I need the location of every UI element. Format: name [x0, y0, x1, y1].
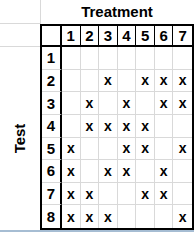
cell-r8c6[interactable] — [155, 205, 174, 228]
cell-r2c3-marked[interactable]: x — [99, 70, 118, 93]
cell-r5c3[interactable] — [99, 138, 118, 161]
cell-r6c4-marked[interactable]: x — [118, 160, 137, 183]
cell-r3c7-marked[interactable]: x — [173, 92, 192, 115]
col-header-4[interactable]: 4 — [118, 26, 137, 47]
row-header-8[interactable]: 8 — [42, 205, 62, 228]
cell-r8c4[interactable] — [118, 205, 137, 228]
col-header-6[interactable]: 6 — [155, 26, 174, 47]
cell-r4c5-marked[interactable]: x — [136, 115, 155, 138]
cell-r1c1[interactable] — [62, 47, 81, 70]
col-header-1[interactable]: 1 — [62, 26, 81, 47]
row-header-6[interactable]: 6 — [42, 160, 62, 183]
col-header-3[interactable]: 3 — [99, 26, 118, 47]
cell-r1c2[interactable] — [81, 47, 100, 70]
spreadsheet-view: Treatment Test 123456712xxxx3xxxx4xxxx5x… — [0, 0, 194, 232]
cell-r8c1-marked[interactable]: x — [62, 205, 81, 228]
window-bottom-edge — [0, 230, 194, 232]
cell-r7c4[interactable] — [118, 183, 137, 206]
cell-r2c6-marked[interactable]: x — [155, 70, 174, 93]
cell-r5c7-marked[interactable]: x — [173, 138, 192, 161]
cell-r2c5-marked[interactable]: x — [136, 70, 155, 93]
corner-cell[interactable] — [42, 26, 62, 47]
col-header-2[interactable]: 2 — [81, 26, 100, 47]
cell-r2c7-marked[interactable]: x — [173, 70, 192, 93]
cell-r8c5[interactable] — [136, 205, 155, 228]
cell-r5c4-marked[interactable]: x — [118, 138, 137, 161]
cell-r5c1-marked[interactable]: x — [62, 138, 81, 161]
cell-r6c3-marked[interactable]: x — [99, 160, 118, 183]
row-header-7[interactable]: 7 — [42, 183, 62, 206]
cell-r7c1-marked[interactable]: x — [62, 183, 81, 206]
cell-r4c1[interactable] — [62, 115, 81, 138]
col-header-7[interactable]: 7 — [173, 26, 192, 47]
cell-r5c5-marked[interactable]: x — [136, 138, 155, 161]
cell-r3c2-marked[interactable]: x — [81, 92, 100, 115]
cell-r2c1[interactable] — [62, 70, 81, 93]
cell-r1c6[interactable] — [155, 47, 174, 70]
treatment-column-group-label: Treatment — [40, 0, 194, 23]
cell-r3c3[interactable] — [99, 92, 118, 115]
cell-r6c5[interactable] — [136, 160, 155, 183]
cell-r8c2-marked[interactable]: x — [81, 205, 100, 228]
cell-r8c3-marked[interactable]: x — [99, 205, 118, 228]
row-header-3[interactable]: 3 — [42, 92, 62, 115]
cell-r2c2[interactable] — [81, 70, 100, 93]
cell-r4c7[interactable] — [173, 115, 192, 138]
col-header-5[interactable]: 5 — [136, 26, 155, 47]
cell-r5c2[interactable] — [81, 138, 100, 161]
cell-r7c3[interactable] — [99, 183, 118, 206]
cell-r4c3-marked[interactable]: x — [99, 115, 118, 138]
row-header-2[interactable]: 2 — [42, 70, 62, 93]
gridline-horizontal-1 — [0, 23, 40, 24]
cell-r6c6-marked[interactable]: x — [155, 160, 174, 183]
cell-r2c4[interactable] — [118, 70, 137, 93]
cell-r7c5-marked[interactable]: x — [136, 183, 155, 206]
row-header-1[interactable]: 1 — [42, 47, 62, 70]
cell-r3c6-marked[interactable]: x — [155, 92, 174, 115]
cell-r7c2-marked[interactable]: x — [81, 183, 100, 206]
cell-r4c2-marked[interactable]: x — [81, 115, 100, 138]
row-header-4[interactable]: 4 — [42, 115, 62, 138]
cell-r3c5[interactable] — [136, 92, 155, 115]
cell-r6c7[interactable] — [173, 160, 192, 183]
cell-r4c6[interactable] — [155, 115, 174, 138]
cell-r4c4-marked[interactable]: x — [118, 115, 137, 138]
row-header-5[interactable]: 5 — [42, 138, 62, 161]
cell-r8c7-marked[interactable]: x — [173, 205, 192, 228]
cell-r1c4[interactable] — [118, 47, 137, 70]
cell-r6c2[interactable] — [81, 160, 100, 183]
cell-r1c5[interactable] — [136, 47, 155, 70]
board-grid: 123456712xxxx3xxxx4xxxx5xxxx6xxxx7xxxx8x… — [40, 24, 194, 230]
cell-r3c1[interactable] — [62, 92, 81, 115]
cell-r7c7[interactable] — [173, 183, 192, 206]
cell-r7c6-marked[interactable]: x — [155, 183, 174, 206]
cell-r3c4-marked[interactable]: x — [118, 92, 137, 115]
test-row-group-label: Test — [0, 46, 40, 230]
cell-r6c1-marked[interactable]: x — [62, 160, 81, 183]
cell-r1c7[interactable] — [173, 47, 192, 70]
cell-r1c3[interactable] — [99, 47, 118, 70]
cell-r5c6[interactable] — [155, 138, 174, 161]
